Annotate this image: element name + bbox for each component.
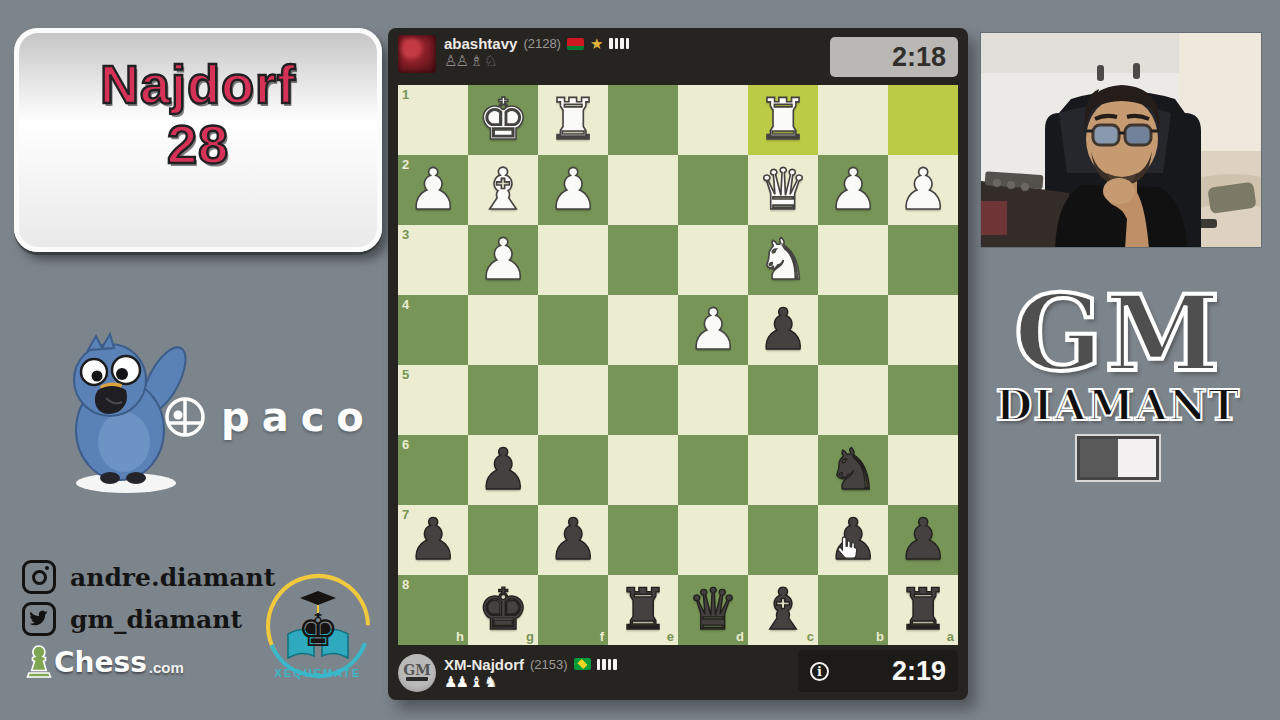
player-rating-top: (2128) [523, 36, 561, 51]
square-h3[interactable]: 3 [398, 225, 468, 295]
square-d7[interactable] [678, 505, 748, 575]
square-a7[interactable]: ♟ [888, 505, 958, 575]
chesscom-logo: Chess .com [26, 644, 184, 678]
square-c6[interactable] [748, 435, 818, 505]
black-pawn: ♟ [748, 295, 818, 363]
square-h4[interactable]: 4 [398, 295, 468, 365]
chess-panel: abashtavy (2128) ★ ♙♙ ♗ ♘ 2:18 1♚♜♜♟2♝♟♛… [388, 28, 968, 700]
rank-label: 6 [402, 437, 409, 452]
square-g4[interactable] [468, 295, 538, 365]
square-g1[interactable]: ♚ [468, 85, 538, 155]
black-pawn: ♟ [818, 505, 888, 573]
rank-label: 7 [402, 507, 409, 522]
square-b1[interactable] [818, 85, 888, 155]
square-h2[interactable]: ♟2 [398, 155, 468, 225]
file-label: a [947, 629, 954, 644]
square-f4[interactable] [538, 295, 608, 365]
square-d3[interactable] [678, 225, 748, 295]
file-label: d [736, 629, 744, 644]
square-f6[interactable] [538, 435, 608, 505]
square-h8[interactable]: 8h [398, 575, 468, 645]
rank-label: 2 [402, 157, 409, 172]
square-a3[interactable] [888, 225, 958, 295]
paco-wordmark: paco [163, 394, 376, 440]
file-label: e [667, 629, 674, 644]
square-c1[interactable]: ♜ [748, 85, 818, 155]
player-bar-top: abashtavy (2128) ★ ♙♙ ♗ ♘ 2:18 [388, 28, 968, 85]
square-a2[interactable]: ♟ [888, 155, 958, 225]
white-bishop: ♝ [468, 155, 538, 223]
chess-school-badge: ♚ XEQUEMATE [258, 564, 378, 690]
square-h1[interactable]: 1 [398, 85, 468, 155]
square-c8[interactable]: ♝c [748, 575, 818, 645]
white-king: ♚ [468, 85, 538, 153]
square-b6[interactable]: ♞ [818, 435, 888, 505]
black-pawn: ♟ [538, 505, 608, 573]
square-c5[interactable] [748, 365, 818, 435]
parrot-foot-left [100, 472, 120, 484]
twitter-handle: gm_diamant [70, 605, 242, 634]
square-g3[interactable]: ♟ [468, 225, 538, 295]
parrot-belly [98, 412, 150, 472]
title-line-1: Najdorf [100, 54, 296, 114]
fist [1103, 178, 1135, 204]
square-e4[interactable] [608, 295, 678, 365]
square-g8[interactable]: ♚g [468, 575, 538, 645]
clock-black: i 2:19 [798, 650, 958, 692]
signal-bars-icon [609, 38, 629, 49]
square-d1[interactable] [678, 85, 748, 155]
rank-label: 8 [402, 577, 409, 592]
square-f1[interactable]: ♜ [538, 85, 608, 155]
player-rating-bottom: (2153) [530, 657, 568, 672]
badge-text: XEQUEMATE [275, 667, 362, 679]
clock-white: 2:18 [830, 37, 958, 77]
black-pawn: ♟ [468, 435, 538, 503]
file-label: b [876, 629, 884, 644]
square-e5[interactable] [608, 365, 678, 435]
rank-label: 1 [402, 87, 409, 102]
avatar-abashtavy[interactable] [398, 35, 436, 73]
square-c3[interactable]: ♞ [748, 225, 818, 295]
white-pawn: ♟ [468, 225, 538, 293]
square-a1[interactable] [888, 85, 958, 155]
square-c7[interactable] [748, 505, 818, 575]
black-knight: ♞ [818, 435, 888, 503]
file-label: g [526, 629, 534, 644]
twitter-row: gm_diamant [22, 602, 242, 636]
white-pawn: ♟ [538, 155, 608, 223]
square-e6[interactable] [608, 435, 678, 505]
file-label: c [807, 629, 814, 644]
square-f3[interactable] [538, 225, 608, 295]
square-d4[interactable]: ♟ [678, 295, 748, 365]
square-d8[interactable]: ♛d [678, 575, 748, 645]
square-d6[interactable] [678, 435, 748, 505]
paco-brand-text: paco [221, 394, 376, 440]
webcam-feed [980, 32, 1262, 248]
gm-diamant-logo: GM DIAMANT [985, 284, 1251, 481]
square-b8[interactable]: b [818, 575, 888, 645]
chess-squares-icon [1077, 436, 1159, 480]
white-pawn: ♟ [818, 155, 888, 223]
wall-hook-left [1097, 65, 1104, 81]
square-e3[interactable] [608, 225, 678, 295]
paco-logo-icon [163, 395, 207, 439]
square-c4[interactable]: ♟ [748, 295, 818, 365]
square-a6[interactable] [888, 435, 958, 505]
player-name-bottom[interactable]: XM-Najdorf [444, 656, 524, 673]
square-a4[interactable] [888, 295, 958, 365]
square-f2[interactable]: ♟ [538, 155, 608, 225]
gm-logo-sub: DIAMANT [985, 384, 1251, 428]
chess-board: 1♚♜♜♟2♝♟♛♟♟3♟♞4♟♟56♟♞♟7♟♟♟8h♚gf♜e♛d♝cb♜a [398, 85, 958, 645]
instagram-handle: andre.diamant [70, 563, 275, 592]
flag-brazil-icon [574, 658, 591, 670]
square-f8[interactable]: f [538, 575, 608, 645]
chesscom-word: Chess [54, 648, 147, 678]
square-d2[interactable] [678, 155, 748, 225]
rank-label: 5 [402, 367, 409, 382]
square-a5[interactable] [888, 365, 958, 435]
glasses-right [1125, 125, 1151, 145]
gm-logo-main: GM [985, 284, 1251, 384]
square-b4[interactable] [818, 295, 888, 365]
square-e8[interactable]: ♜e [608, 575, 678, 645]
rank-label: 4 [402, 297, 409, 312]
title-line-2: 28 [167, 114, 229, 174]
instagram-row: andre.diamant [22, 560, 275, 594]
white-rook: ♜ [538, 85, 608, 153]
captured-pieces-top: ♙♙ ♗ ♘ [444, 53, 629, 69]
square-b5[interactable] [818, 365, 888, 435]
white-rook: ♜ [748, 85, 818, 153]
square-g7[interactable] [468, 505, 538, 575]
black-pawn: ♟ [888, 505, 958, 573]
square-b3[interactable] [818, 225, 888, 295]
flag-belarus-icon [567, 38, 584, 50]
parrot-crest [88, 334, 114, 350]
twitter-icon [22, 602, 56, 636]
square-d5[interactable] [678, 365, 748, 435]
square-e7[interactable] [608, 505, 678, 575]
square-f5[interactable] [538, 365, 608, 435]
square-c2[interactable]: ♛ [748, 155, 818, 225]
white-pawn: ♟ [888, 155, 958, 223]
wall-hook-right [1133, 63, 1140, 79]
glasses-left [1093, 125, 1119, 145]
square-b7[interactable]: ♟ [818, 505, 888, 575]
title-card: Najdorf 28 [14, 28, 382, 252]
chesscom-pawn-icon [26, 644, 52, 678]
white-knight: ♞ [748, 225, 818, 293]
rank-label: 3 [402, 227, 409, 242]
avatar-xm-najdorf[interactable]: GM [398, 654, 436, 692]
square-g6[interactable]: ♟ [468, 435, 538, 505]
square-e1[interactable] [608, 85, 678, 155]
signal-bars-icon [597, 659, 617, 670]
parrot-foot-right [126, 472, 146, 484]
info-icon[interactable]: i [810, 662, 829, 681]
square-h7[interactable]: ♟7 [398, 505, 468, 575]
player-bar-bottom: GM XM-Najdorf (2153) ♟♟ ♝ ♞ i 2:19 [388, 645, 968, 700]
chesscom-tld: .com [149, 659, 184, 678]
square-b2[interactable]: ♟ [818, 155, 888, 225]
square-a8[interactable]: ♜a [888, 575, 958, 645]
white-queen: ♛ [748, 155, 818, 223]
red-object [981, 201, 1007, 235]
white-pawn: ♟ [678, 295, 748, 363]
captured-pieces-bottom: ♟♟ ♝ ♞ [444, 674, 617, 690]
instagram-icon [22, 560, 56, 594]
square-e2[interactable] [608, 155, 678, 225]
square-f7[interactable]: ♟ [538, 505, 608, 575]
star-icon: ★ [590, 36, 603, 51]
square-g5[interactable] [468, 365, 538, 435]
file-label: h [456, 629, 464, 644]
player-name-top[interactable]: abashtavy [444, 35, 517, 52]
file-label: f [600, 629, 604, 644]
square-h6[interactable]: 6 [398, 435, 468, 505]
square-g2[interactable]: ♝ [468, 155, 538, 225]
square-h5[interactable]: 5 [398, 365, 468, 435]
